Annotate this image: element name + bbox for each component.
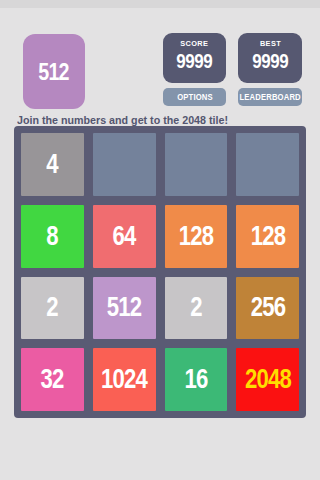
empty-cell-r1c2 (93, 133, 156, 196)
empty-cell-r1c4 (236, 133, 299, 196)
tile-128-r2c4: 128 (236, 205, 299, 268)
tile-value: 4 (47, 149, 59, 180)
tile-256-r3c4: 256 (236, 277, 299, 340)
score-box: SCORE 9999 (163, 33, 226, 83)
app-screen: 512 SCORE 9999 BEST 9999 OPTIONS LEADERB… (0, 0, 320, 480)
tile-16-r4c3: 16 (165, 348, 228, 411)
goal-caption-prefix: Join the numbers and get to the (17, 114, 182, 126)
goal-caption-2048: 2048 (182, 114, 206, 126)
tile-128-r2c3: 128 (165, 205, 228, 268)
best-label: BEST (259, 39, 280, 48)
leaderboard-button-label: LEADERBOARD (239, 92, 300, 102)
tile-value: 128 (179, 221, 213, 252)
best-value: 9999 (252, 50, 288, 73)
best-box: BEST 9999 (238, 33, 302, 83)
tile-value: 64 (113, 221, 136, 252)
score-label: SCORE (180, 39, 208, 48)
tile-64-r2c2: 64 (93, 205, 156, 268)
leaderboard-button[interactable]: LEADERBOARD (238, 88, 302, 106)
tile-value: 2 (47, 292, 59, 323)
tile-value: 16 (184, 364, 207, 395)
board[interactable]: 486412812825122256321024162048 (14, 126, 306, 418)
options-button-label: OPTIONS (177, 92, 213, 102)
tile-value: 1024 (101, 364, 147, 395)
tile-512-r3c2: 512 (93, 277, 156, 340)
tile-32-r4c1: 32 (21, 348, 84, 411)
goal-caption-suffix: tile! (206, 114, 228, 126)
tile-4-r1c1: 4 (21, 133, 84, 196)
tile-value: 2048 (245, 364, 291, 395)
tile-value: 32 (41, 364, 64, 395)
options-button[interactable]: OPTIONS (163, 88, 226, 106)
status-bar-strip (0, 0, 320, 8)
score-value: 9999 (176, 50, 212, 73)
tile-1024-r4c2: 1024 (93, 348, 156, 411)
empty-cell-r1c3 (165, 133, 228, 196)
current-max-tile-value: 512 (39, 58, 69, 86)
tile-2-r3c1: 2 (21, 277, 84, 340)
tile-value: 8 (47, 221, 59, 252)
current-max-tile-badge: 512 (23, 34, 85, 109)
tile-value: 512 (107, 292, 141, 323)
tile-value: 2 (190, 292, 202, 323)
tile-value: 256 (250, 292, 284, 323)
tile-2048-r4c4: 2048 (236, 348, 299, 411)
tile-value: 128 (250, 221, 284, 252)
tile-8-r2c1: 8 (21, 205, 84, 268)
tile-2-r3c3: 2 (165, 277, 228, 340)
goal-caption: Join the numbers and get to the 2048 til… (17, 114, 228, 126)
